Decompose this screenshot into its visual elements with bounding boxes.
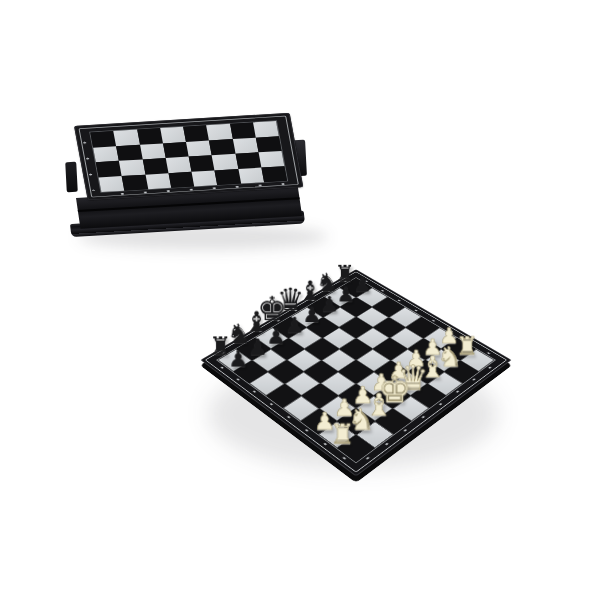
black-pawn[interactable]: ♟ [302, 304, 321, 325]
box-lid-top [74, 113, 303, 201]
folded-square [206, 124, 232, 140]
black-pawn[interactable]: ♟ [337, 284, 356, 305]
folded-square [258, 151, 284, 167]
folded-square [168, 172, 194, 188]
folded-square [232, 137, 258, 153]
folded-square [235, 152, 261, 168]
folded-square [145, 173, 171, 189]
folded-square [90, 131, 116, 147]
folded-square [253, 121, 279, 137]
folded-square [116, 144, 142, 160]
folded-square [215, 169, 241, 185]
folded-square [209, 139, 235, 155]
folded-square [93, 146, 119, 162]
folded-square [238, 167, 264, 183]
folded-square [191, 170, 217, 186]
folded-square [114, 130, 140, 146]
white-rook[interactable]: ♜ [330, 420, 355, 448]
folded-square [163, 142, 189, 158]
folded-square [137, 128, 163, 144]
folded-square [230, 122, 256, 138]
folded-square [119, 159, 145, 175]
folded-square [99, 176, 125, 192]
black-pawn[interactable]: ♟ [320, 294, 339, 315]
folded-square [186, 140, 212, 156]
open-chess-board: ♜♟♟♜♞♟♟♞♝♟♟♝♛♟♟♛♚♟♟♚♝♟♟♝♞♟♟♞♜♟♟♜ [246, 250, 466, 470]
product-photo-scene: ♜♟♟♜♞♟♟♞♝♟♟♝♛♟♟♛♚♟♟♚♝♟♟♝♞♟♟♞♜♟♟♜ [0, 0, 600, 600]
folded-square [140, 143, 166, 159]
folded-square [142, 158, 168, 174]
folded-square [122, 174, 148, 190]
folded-square [256, 136, 282, 152]
board-face: ♜♟♟♜♞♟♟♞♝♟♟♝♛♟♟♛♚♟♟♚♝♟♟♝♞♟♟♞♜♟♟♜ [200, 269, 511, 476]
folded-square [212, 154, 238, 170]
board-perspective: ♜♟♟♜♞♟♟♞♝♟♟♝♛♟♟♛♚♟♟♚♝♟♟♝♞♟♟♞♜♟♟♜ [200, 269, 511, 476]
folded-square [165, 157, 191, 173]
folded-square [183, 125, 209, 141]
closed-chess-box [74, 126, 304, 251]
folded-square [261, 166, 287, 182]
black-pawn[interactable]: ♟ [285, 315, 304, 337]
folded-square [189, 155, 215, 171]
hinge-tab-left [65, 162, 78, 193]
black-pawn[interactable]: ♟ [353, 275, 371, 296]
closed-board-grid [89, 120, 288, 193]
black-pawn[interactable]: ♟ [228, 348, 248, 371]
folded-square [96, 161, 122, 177]
open-board-grid: ♜♟♟♜♞♟♟♞♝♟♟♝♛♟♟♛♚♟♟♚♝♟♟♝♞♟♟♞♜♟♟♜ [216, 277, 496, 463]
black-pawn[interactable]: ♟ [247, 337, 267, 359]
folded-square [160, 127, 186, 143]
black-pawn[interactable]: ♟ [266, 325, 286, 347]
box-halves-seam [78, 197, 300, 212]
